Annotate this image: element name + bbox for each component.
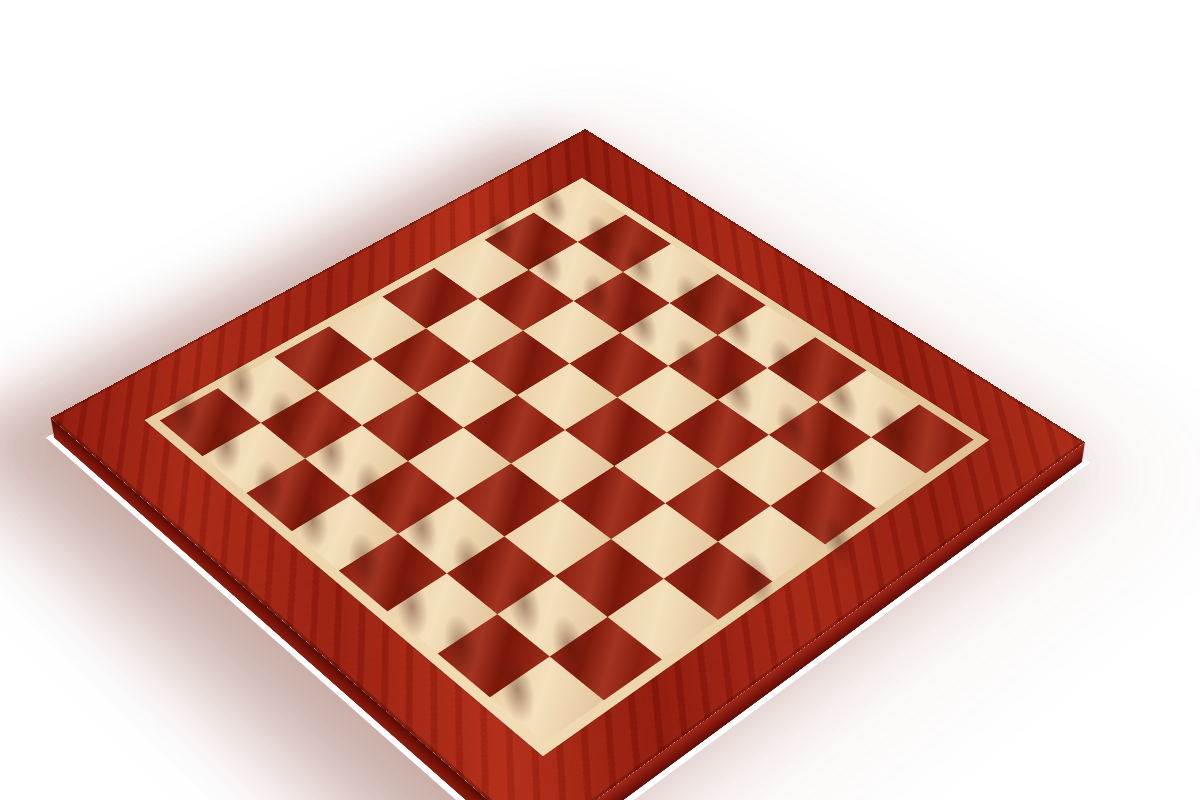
photo-scene: ♜♞♝♛♚♝♞♜♟♟♟♟♟♟♟♟♟♟♟♟♟♟♟♟♜♞♝♛♚♝♞♜♛♛ — [0, 0, 1200, 800]
chess-board: ♜♞♝♛♚♝♞♜♟♟♟♟♟♟♟♟♟♟♟♟♟♟♟♟♜♞♝♛♚♝♞♜♛♛ — [51, 129, 1085, 800]
pieces-layer: ♜♞♝♛♚♝♞♜♟♟♟♟♟♟♟♟♟♟♟♟♟♟♟♟♜♞♝♛♚♝♞♜♛♛ — [51, 129, 1085, 800]
